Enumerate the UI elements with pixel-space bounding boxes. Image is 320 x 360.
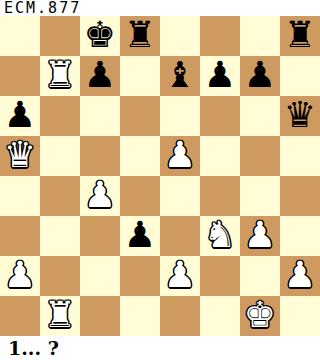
square-c2[interactable]: [80, 256, 120, 296]
piece-white-knight: ♞: [204, 216, 236, 255]
puzzle-id: ECM.877: [4, 0, 81, 16]
square-f2[interactable]: [200, 256, 240, 296]
square-f7[interactable]: ♟: [200, 56, 240, 96]
piece-white-rook: ♜: [44, 56, 76, 95]
square-a4[interactable]: [0, 176, 40, 216]
square-h6[interactable]: ♛: [280, 96, 320, 136]
square-d4[interactable]: [120, 176, 160, 216]
square-d5[interactable]: [120, 136, 160, 176]
square-c6[interactable]: [80, 96, 120, 136]
chess-app-window: ECM.877 ♚♜♜♜♟♝♟♟♟♛♛♟♟♟♞♟♟♟♟♜♚ 1... ?: [0, 0, 320, 360]
piece-black-pawn: ♟: [84, 56, 116, 95]
square-b5[interactable]: [40, 136, 80, 176]
square-g7[interactable]: ♟: [240, 56, 280, 96]
square-c7[interactable]: ♟: [80, 56, 120, 96]
square-a7[interactable]: [0, 56, 40, 96]
square-a8[interactable]: [0, 16, 40, 56]
piece-black-rook: ♜: [284, 16, 316, 55]
piece-black-pawn: ♟: [244, 56, 276, 95]
square-b8[interactable]: [40, 16, 80, 56]
square-e7[interactable]: ♝: [160, 56, 200, 96]
piece-black-bishop: ♝: [164, 56, 196, 95]
square-b6[interactable]: [40, 96, 80, 136]
square-a2[interactable]: ♟: [0, 256, 40, 296]
square-b4[interactable]: [40, 176, 80, 216]
square-d3[interactable]: ♟: [120, 216, 160, 256]
square-b1[interactable]: ♜: [40, 296, 80, 336]
piece-black-king: ♚: [84, 16, 116, 55]
square-f8[interactable]: [200, 16, 240, 56]
square-c8[interactable]: ♚: [80, 16, 120, 56]
square-b3[interactable]: [40, 216, 80, 256]
piece-white-queen: ♛: [4, 136, 36, 175]
square-a1[interactable]: [0, 296, 40, 336]
piece-white-pawn: ♟: [84, 176, 116, 215]
piece-white-king: ♚: [244, 296, 276, 335]
square-e2[interactable]: ♟: [160, 256, 200, 296]
square-d6[interactable]: [120, 96, 160, 136]
square-c3[interactable]: [80, 216, 120, 256]
square-h4[interactable]: [280, 176, 320, 216]
piece-white-pawn: ♟: [164, 136, 196, 175]
square-a3[interactable]: [0, 216, 40, 256]
square-a5[interactable]: ♛: [0, 136, 40, 176]
square-e3[interactable]: [160, 216, 200, 256]
square-g5[interactable]: [240, 136, 280, 176]
square-h5[interactable]: [280, 136, 320, 176]
square-g3[interactable]: ♟: [240, 216, 280, 256]
square-a6[interactable]: ♟: [0, 96, 40, 136]
title-bar: ECM.877: [0, 0, 320, 16]
square-e8[interactable]: [160, 16, 200, 56]
piece-black-pawn: ♟: [4, 96, 36, 135]
square-g4[interactable]: [240, 176, 280, 216]
piece-white-pawn: ♟: [244, 216, 276, 255]
piece-white-pawn: ♟: [164, 256, 196, 295]
piece-white-pawn: ♟: [4, 256, 36, 295]
square-f6[interactable]: [200, 96, 240, 136]
piece-white-pawn: ♟: [284, 256, 316, 295]
square-g8[interactable]: [240, 16, 280, 56]
square-h3[interactable]: [280, 216, 320, 256]
square-e6[interactable]: [160, 96, 200, 136]
square-d7[interactable]: [120, 56, 160, 96]
square-d2[interactable]: [120, 256, 160, 296]
square-e4[interactable]: [160, 176, 200, 216]
square-e5[interactable]: ♟: [160, 136, 200, 176]
square-e1[interactable]: [160, 296, 200, 336]
square-f1[interactable]: [200, 296, 240, 336]
square-d8[interactable]: ♜: [120, 16, 160, 56]
square-g6[interactable]: [240, 96, 280, 136]
square-d1[interactable]: [120, 296, 160, 336]
square-c1[interactable]: [80, 296, 120, 336]
square-h8[interactable]: ♜: [280, 16, 320, 56]
piece-black-pawn: ♟: [124, 216, 156, 255]
square-c5[interactable]: [80, 136, 120, 176]
square-f3[interactable]: ♞: [200, 216, 240, 256]
square-f4[interactable]: [200, 176, 240, 216]
square-g1[interactable]: ♚: [240, 296, 280, 336]
piece-black-queen: ♛: [284, 96, 316, 135]
square-b2[interactable]: [40, 256, 80, 296]
move-prompt: 1... ?: [8, 337, 59, 359]
square-h7[interactable]: [280, 56, 320, 96]
piece-white-rook: ♜: [44, 296, 76, 335]
square-f5[interactable]: [200, 136, 240, 176]
piece-black-pawn: ♟: [204, 56, 236, 95]
square-h2[interactable]: ♟: [280, 256, 320, 296]
status-bar: 1... ?: [0, 336, 320, 360]
piece-black-rook: ♜: [124, 16, 156, 55]
chess-board: ♚♜♜♜♟♝♟♟♟♛♛♟♟♟♞♟♟♟♟♜♚: [0, 16, 320, 336]
square-c4[interactable]: ♟: [80, 176, 120, 216]
square-h1[interactable]: [280, 296, 320, 336]
square-b7[interactable]: ♜: [40, 56, 80, 96]
square-g2[interactable]: [240, 256, 280, 296]
